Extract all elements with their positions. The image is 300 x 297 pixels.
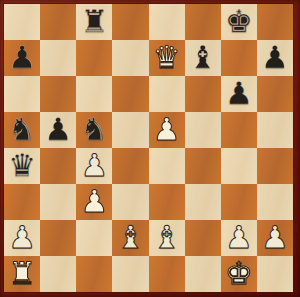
square-d8[interactable]: [112, 4, 148, 40]
square-d5[interactable]: [112, 112, 148, 148]
square-g7[interactable]: [221, 40, 257, 76]
square-c5[interactable]: ♞: [76, 112, 112, 148]
square-d2[interactable]: ♝: [112, 220, 148, 256]
square-b7[interactable]: [40, 40, 76, 76]
square-b4[interactable]: [40, 148, 76, 184]
piece-white-bishop[interactable]: ♝: [153, 222, 181, 255]
square-c6[interactable]: [76, 76, 112, 112]
square-a1[interactable]: ♜: [4, 256, 40, 292]
square-h5[interactable]: [257, 112, 293, 148]
square-b2[interactable]: [40, 220, 76, 256]
square-h1[interactable]: [257, 256, 293, 292]
piece-white-pawn[interactable]: ♟: [80, 150, 108, 183]
square-e1[interactable]: [149, 256, 185, 292]
square-c8[interactable]: ♜: [76, 4, 112, 40]
piece-black-pawn[interactable]: ♟: [44, 114, 72, 147]
square-d7[interactable]: [112, 40, 148, 76]
square-d4[interactable]: [112, 148, 148, 184]
square-d3[interactable]: [112, 184, 148, 220]
piece-white-pawn[interactable]: ♟: [80, 186, 108, 219]
piece-black-queen[interactable]: ♛: [8, 150, 36, 183]
square-f1[interactable]: [185, 256, 221, 292]
piece-black-knight[interactable]: ♞: [8, 114, 36, 147]
square-a4[interactable]: ♛: [4, 148, 40, 184]
square-f5[interactable]: [185, 112, 221, 148]
square-f3[interactable]: [185, 184, 221, 220]
chess-board: ♜♚♟♛♝♟♟♞♟♞♟♛♟♟♟♝♝♟♟♜♚: [4, 4, 293, 292]
piece-black-knight[interactable]: ♞: [80, 114, 108, 147]
square-g1[interactable]: ♚: [221, 256, 257, 292]
piece-black-rook[interactable]: ♜: [80, 6, 108, 39]
square-h4[interactable]: [257, 148, 293, 184]
square-e5[interactable]: ♟: [149, 112, 185, 148]
square-b6[interactable]: [40, 76, 76, 112]
piece-white-rook[interactable]: ♜: [8, 258, 36, 291]
piece-white-pawn[interactable]: ♟: [225, 222, 253, 255]
square-f6[interactable]: [185, 76, 221, 112]
square-b1[interactable]: [40, 256, 76, 292]
square-c2[interactable]: [76, 220, 112, 256]
piece-white-pawn[interactable]: ♟: [261, 222, 289, 255]
square-f4[interactable]: [185, 148, 221, 184]
square-h7[interactable]: ♟: [257, 40, 293, 76]
piece-white-king[interactable]: ♚: [225, 258, 253, 291]
square-g2[interactable]: ♟: [221, 220, 257, 256]
chess-board-frame: ♜♚♟♛♝♟♟♞♟♞♟♛♟♟♟♝♝♟♟♜♚: [0, 0, 300, 297]
square-f2[interactable]: [185, 220, 221, 256]
square-e8[interactable]: [149, 4, 185, 40]
piece-black-bishop[interactable]: ♝: [189, 42, 217, 75]
square-g4[interactable]: [221, 148, 257, 184]
piece-black-pawn[interactable]: ♟: [261, 42, 289, 75]
square-h8[interactable]: [257, 4, 293, 40]
piece-white-bishop[interactable]: ♝: [117, 222, 145, 255]
piece-black-pawn[interactable]: ♟: [8, 42, 36, 75]
square-a5[interactable]: ♞: [4, 112, 40, 148]
square-b5[interactable]: ♟: [40, 112, 76, 148]
square-g8[interactable]: ♚: [221, 4, 257, 40]
square-g6[interactable]: ♟: [221, 76, 257, 112]
piece-white-pawn[interactable]: ♟: [153, 114, 181, 147]
square-a7[interactable]: ♟: [4, 40, 40, 76]
square-a2[interactable]: ♟: [4, 220, 40, 256]
square-f8[interactable]: [185, 4, 221, 40]
square-b3[interactable]: [40, 184, 76, 220]
square-h2[interactable]: ♟: [257, 220, 293, 256]
square-c3[interactable]: ♟: [76, 184, 112, 220]
square-g5[interactable]: [221, 112, 257, 148]
square-d1[interactable]: [112, 256, 148, 292]
square-b8[interactable]: [40, 4, 76, 40]
piece-black-pawn[interactable]: ♟: [225, 78, 253, 111]
square-c4[interactable]: ♟: [76, 148, 112, 184]
square-e7[interactable]: ♛: [149, 40, 185, 76]
square-g3[interactable]: [221, 184, 257, 220]
piece-black-king[interactable]: ♚: [225, 6, 253, 39]
square-d6[interactable]: [112, 76, 148, 112]
square-c7[interactable]: [76, 40, 112, 76]
square-e3[interactable]: [149, 184, 185, 220]
square-e6[interactable]: [149, 76, 185, 112]
square-e4[interactable]: [149, 148, 185, 184]
square-h3[interactable]: [257, 184, 293, 220]
square-c1[interactable]: [76, 256, 112, 292]
square-f7[interactable]: ♝: [185, 40, 221, 76]
square-a3[interactable]: [4, 184, 40, 220]
square-e2[interactable]: ♝: [149, 220, 185, 256]
piece-white-pawn[interactable]: ♟: [8, 222, 36, 255]
square-a8[interactable]: [4, 4, 40, 40]
square-a6[interactable]: [4, 76, 40, 112]
piece-white-queen[interactable]: ♛: [153, 42, 181, 75]
square-h6[interactable]: [257, 76, 293, 112]
